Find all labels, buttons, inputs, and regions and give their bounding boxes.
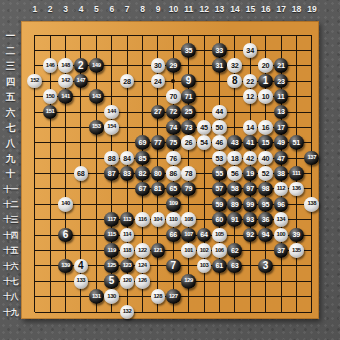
board-cell[interactable] [273, 258, 288, 273]
board-cell[interactable] [289, 197, 304, 212]
board-cell[interactable]: 6 [58, 227, 73, 242]
board-cell[interactable] [289, 120, 304, 135]
board-cell[interactable] [150, 151, 165, 166]
board-cell[interactable] [104, 304, 119, 319]
board-cell[interactable]: 46 [212, 135, 227, 150]
board-cell[interactable] [243, 258, 258, 273]
board-cell[interactable] [89, 258, 104, 273]
board-cell[interactable] [258, 104, 273, 119]
board-cell[interactable] [119, 289, 134, 304]
board-cell[interactable] [150, 274, 165, 289]
board-cell[interactable] [304, 104, 319, 119]
board-cell[interactable] [243, 304, 258, 319]
board-cell[interactable] [181, 304, 196, 319]
board-cell[interactable] [58, 212, 73, 227]
board-cell[interactable] [196, 151, 211, 166]
board-cell[interactable]: 1 [258, 74, 273, 89]
board-cell[interactable]: 26 [181, 135, 196, 150]
board-cell[interactable]: 57 [212, 181, 227, 196]
board-cell[interactable] [27, 212, 42, 227]
board-cell[interactable] [58, 304, 73, 319]
board-cell[interactable]: 58 [227, 181, 242, 196]
board-cell[interactable] [212, 304, 227, 319]
board-cell[interactable] [227, 120, 242, 135]
board-cell[interactable]: 35 [181, 43, 196, 58]
board-cell[interactable] [181, 289, 196, 304]
board-cell[interactable]: 128 [150, 289, 165, 304]
board-cell[interactable] [42, 274, 57, 289]
board-cell[interactable]: 103 [196, 258, 211, 273]
board-cell[interactable] [89, 181, 104, 196]
board-cell[interactable]: 39 [289, 227, 304, 242]
board-cell[interactable]: 19 [243, 166, 258, 181]
board-cell[interactable] [89, 197, 104, 212]
board-cell[interactable]: 7 [166, 258, 181, 273]
board-cell[interactable] [119, 197, 134, 212]
board-cell[interactable] [304, 181, 319, 196]
board-cell[interactable] [273, 304, 288, 319]
board-cell[interactable]: 24 [150, 74, 165, 89]
board-cell[interactable]: 114 [119, 227, 134, 242]
board-cell[interactable]: 40 [258, 151, 273, 166]
board-cell[interactable] [181, 197, 196, 212]
board-cell[interactable] [196, 74, 211, 89]
board-cell[interactable] [42, 304, 57, 319]
board-cell[interactable] [289, 212, 304, 227]
board-cell[interactable] [196, 289, 211, 304]
board-cell[interactable] [135, 227, 150, 242]
board-cell[interactable] [89, 166, 104, 181]
board-cell[interactable] [196, 43, 211, 58]
board-cell[interactable] [289, 304, 304, 319]
board-cell[interactable] [42, 120, 57, 135]
board-cell[interactable]: 81 [150, 181, 165, 196]
board-cell[interactable] [258, 304, 273, 319]
board-cell[interactable]: 107 [181, 227, 196, 242]
board-cell[interactable]: 93 [243, 212, 258, 227]
board-cell[interactable] [89, 304, 104, 319]
board-cell[interactable] [243, 274, 258, 289]
board-cell[interactable]: 30 [150, 58, 165, 73]
board-cell[interactable] [27, 304, 42, 319]
board-cell[interactable] [150, 304, 165, 319]
board-cell[interactable]: 67 [135, 181, 150, 196]
board-cell[interactable]: 47 [273, 151, 288, 166]
board-cell[interactable]: 29 [166, 58, 181, 73]
board-cell[interactable]: 77 [150, 135, 165, 150]
board-cell[interactable] [119, 104, 134, 119]
board-cell[interactable] [58, 166, 73, 181]
board-cell[interactable] [27, 274, 42, 289]
board-cell[interactable]: 120 [119, 274, 134, 289]
board-cell[interactable]: 89 [227, 197, 242, 212]
board-cell[interactable] [119, 89, 134, 104]
board-cell[interactable]: 85 [135, 151, 150, 166]
board-cell[interactable]: 95 [258, 197, 273, 212]
board-cell[interactable] [42, 166, 57, 181]
board-cell[interactable]: 153 [89, 120, 104, 135]
board-cell[interactable]: 142 [58, 74, 73, 89]
board-cell[interactable]: 55 [212, 166, 227, 181]
board-cell[interactable]: 96 [273, 197, 288, 212]
board-cell[interactable] [27, 243, 42, 258]
board-cell[interactable] [89, 212, 104, 227]
board-cell[interactable] [181, 27, 196, 42]
board-cell[interactable] [166, 74, 181, 89]
board-cell[interactable] [212, 74, 227, 89]
board-cell[interactable] [289, 58, 304, 73]
board-cell[interactable]: 49 [273, 135, 288, 150]
board-cell[interactable]: 139 [58, 258, 73, 273]
board-cell[interactable]: 104 [150, 212, 165, 227]
board-cell[interactable]: 3 [258, 258, 273, 273]
board-cell[interactable]: 84 [119, 151, 134, 166]
board-cell[interactable]: 21 [273, 58, 288, 73]
board-cell[interactable] [258, 274, 273, 289]
board-cell[interactable] [104, 181, 119, 196]
board-cell[interactable] [58, 274, 73, 289]
board-cell[interactable] [243, 27, 258, 42]
board-cell[interactable]: 74 [166, 120, 181, 135]
board-cell[interactable] [181, 58, 196, 73]
board-cell[interactable] [58, 181, 73, 196]
board-cell[interactable] [196, 274, 211, 289]
board-cell[interactable] [27, 120, 42, 135]
board-cell[interactable] [304, 135, 319, 150]
board-cell[interactable]: 28 [119, 74, 134, 89]
board-cell[interactable]: 146 [42, 58, 57, 73]
board-cell[interactable]: 92 [243, 227, 258, 242]
board-cell[interactable]: 151 [42, 104, 57, 119]
board-cell[interactable]: 2 [73, 58, 88, 73]
board-cell[interactable]: 43 [227, 135, 242, 150]
board-cell[interactable] [150, 120, 165, 135]
board-cell[interactable]: 122 [135, 243, 150, 258]
board-cell[interactable]: 20 [258, 58, 273, 73]
board-cell[interactable]: 119 [104, 243, 119, 258]
board-cell[interactable] [73, 135, 88, 150]
board-cell[interactable] [304, 304, 319, 319]
board-cell[interactable] [27, 58, 42, 73]
board-cell[interactable]: 27 [150, 104, 165, 119]
board-cell[interactable] [104, 74, 119, 89]
board-cell[interactable] [73, 151, 88, 166]
board-cell[interactable] [166, 43, 181, 58]
board-cell[interactable] [227, 89, 242, 104]
board-cell[interactable] [27, 89, 42, 104]
board-cell[interactable] [73, 120, 88, 135]
board-cell[interactable] [273, 274, 288, 289]
board-cell[interactable]: 34 [243, 43, 258, 58]
board-cell[interactable] [27, 166, 42, 181]
board-cell[interactable]: 63 [227, 258, 242, 273]
board-cell[interactable] [196, 27, 211, 42]
board-cell[interactable] [73, 243, 88, 258]
board-cell[interactable] [73, 212, 88, 227]
board-cell[interactable]: 45 [196, 120, 211, 135]
board-cell[interactable]: 83 [119, 166, 134, 181]
board-cell[interactable] [89, 27, 104, 42]
board-cell[interactable] [135, 74, 150, 89]
board-cell[interactable]: 54 [196, 135, 211, 150]
board-cell[interactable] [135, 58, 150, 73]
board-cell[interactable] [258, 289, 273, 304]
board-cell[interactable] [304, 43, 319, 58]
board-cell[interactable] [89, 43, 104, 58]
board-cell[interactable] [58, 135, 73, 150]
board-cell[interactable]: 121 [150, 243, 165, 258]
board-cell[interactable]: 12 [243, 89, 258, 104]
board-cell[interactable] [104, 197, 119, 212]
board-cell[interactable]: 82 [135, 166, 150, 181]
board-cell[interactable] [135, 289, 150, 304]
board-cell[interactable]: 100 [273, 227, 288, 242]
board-cell[interactable] [304, 74, 319, 89]
board-cell[interactable]: 98 [258, 181, 273, 196]
board-cell[interactable]: 130 [104, 289, 119, 304]
board-cell[interactable] [212, 27, 227, 42]
board-cell[interactable] [104, 89, 119, 104]
board-cell[interactable] [150, 89, 165, 104]
board-cell[interactable]: 25 [181, 104, 196, 119]
board-cell[interactable]: 150 [42, 89, 57, 104]
board-cell[interactable] [304, 120, 319, 135]
board-cell[interactable] [166, 304, 181, 319]
board-cell[interactable] [73, 89, 88, 104]
board-cell[interactable] [58, 43, 73, 58]
board-cell[interactable]: 124 [135, 258, 150, 273]
board-cell[interactable]: 125 [104, 258, 119, 273]
board-cell[interactable] [58, 151, 73, 166]
board-cell[interactable] [227, 227, 242, 242]
board-cell[interactable] [42, 151, 57, 166]
board-cell[interactable] [227, 43, 242, 58]
board-cell[interactable] [166, 243, 181, 258]
board-cell[interactable]: 53 [212, 151, 227, 166]
board-cell[interactable]: 88 [104, 151, 119, 166]
board-cell[interactable]: 148 [58, 58, 73, 73]
board-cell[interactable] [258, 27, 273, 42]
board-cell[interactable]: 16 [258, 120, 273, 135]
board-cell[interactable]: 86 [166, 166, 181, 181]
board-cell[interactable] [119, 43, 134, 58]
board-cell[interactable]: 66 [166, 227, 181, 242]
board-cell[interactable] [135, 43, 150, 58]
board-cell[interactable]: 110 [166, 212, 181, 227]
board-cell[interactable] [27, 27, 42, 42]
board-cell[interactable] [196, 304, 211, 319]
board-cell[interactable]: 52 [258, 166, 273, 181]
board-cell[interactable] [58, 104, 73, 119]
board-cell[interactable] [227, 27, 242, 42]
board-cell[interactable]: 117 [104, 212, 119, 227]
board-cell[interactable] [119, 27, 134, 42]
board-cell[interactable]: 76 [166, 151, 181, 166]
board-cell[interactable] [243, 289, 258, 304]
board-cell[interactable]: 105 [212, 227, 227, 242]
board-cell[interactable] [289, 274, 304, 289]
board-cell[interactable] [89, 227, 104, 242]
board-cell[interactable] [304, 243, 319, 258]
board-cell[interactable]: 152 [27, 74, 42, 89]
board-cell[interactable] [135, 104, 150, 119]
board-cell[interactable]: 4 [73, 258, 88, 273]
board-cell[interactable]: 72 [166, 104, 181, 119]
board-cell[interactable] [304, 58, 319, 73]
board-cell[interactable] [27, 289, 42, 304]
board-cell[interactable]: 56 [227, 166, 242, 181]
board-cell[interactable]: 44 [212, 104, 227, 119]
board-cell[interactable] [135, 197, 150, 212]
board-cell[interactable]: 18 [227, 151, 242, 166]
board-cell[interactable] [150, 197, 165, 212]
board-cell[interactable] [227, 274, 242, 289]
board-cell[interactable] [27, 181, 42, 196]
board-cell[interactable] [212, 289, 227, 304]
board-cell[interactable]: 71 [181, 89, 196, 104]
board-cell[interactable] [42, 27, 57, 42]
board-cell[interactable] [42, 181, 57, 196]
board-cell[interactable] [119, 135, 134, 150]
board-cell[interactable] [58, 120, 73, 135]
board-cell[interactable] [27, 104, 42, 119]
board-cell[interactable]: 149 [89, 58, 104, 73]
board-cell[interactable] [150, 27, 165, 42]
board-cell[interactable]: 69 [135, 135, 150, 150]
board-cell[interactable]: 102 [196, 243, 211, 258]
board-cell[interactable] [58, 27, 73, 42]
board-cell[interactable]: 59 [212, 197, 227, 212]
board-cell[interactable]: 91 [227, 212, 242, 227]
board-cell[interactable]: 143 [89, 89, 104, 104]
board-cell[interactable] [289, 27, 304, 42]
board-cell[interactable] [42, 197, 57, 212]
board-cell[interactable]: 13 [273, 104, 288, 119]
board-cell[interactable] [42, 289, 57, 304]
board-cell[interactable] [119, 120, 134, 135]
board-cell[interactable]: 41 [243, 135, 258, 150]
board-cell[interactable] [289, 151, 304, 166]
board-cell[interactable] [27, 43, 42, 58]
board-cell[interactable]: 80 [150, 166, 165, 181]
board-cell[interactable] [42, 243, 57, 258]
board-cell[interactable]: 144 [104, 104, 119, 119]
board-cell[interactable] [196, 212, 211, 227]
board-cell[interactable]: 15 [258, 135, 273, 150]
board-cell[interactable] [58, 289, 73, 304]
board-cell[interactable]: 126 [135, 274, 150, 289]
board-cell[interactable] [27, 197, 42, 212]
board-cell[interactable] [135, 27, 150, 42]
board-cell[interactable] [289, 258, 304, 273]
board-cell[interactable]: 11 [273, 89, 288, 104]
board-cell[interactable]: 36 [258, 212, 273, 227]
board-cell[interactable] [135, 304, 150, 319]
board-cell[interactable] [89, 151, 104, 166]
board-cell[interactable] [119, 181, 134, 196]
board-cell[interactable] [243, 243, 258, 258]
board-cell[interactable] [181, 258, 196, 273]
board-cell[interactable] [42, 212, 57, 227]
board-cell[interactable] [273, 289, 288, 304]
board-cell[interactable] [73, 227, 88, 242]
board-cell[interactable] [212, 274, 227, 289]
board-cell[interactable]: 38 [273, 166, 288, 181]
board-cell[interactable] [212, 89, 227, 104]
board-cell[interactable]: 134 [273, 212, 288, 227]
board-cell[interactable]: 108 [181, 212, 196, 227]
board-cell[interactable] [181, 151, 196, 166]
board-cell[interactable]: 9 [181, 74, 196, 89]
board-cell[interactable] [73, 289, 88, 304]
board-cell[interactable] [304, 258, 319, 273]
board-cell[interactable] [42, 74, 57, 89]
board-cell[interactable] [27, 151, 42, 166]
board-cell[interactable] [58, 243, 73, 258]
board-cell[interactable]: 115 [104, 227, 119, 242]
board-cell[interactable]: 118 [119, 243, 134, 258]
board-cell[interactable]: 73 [181, 120, 196, 135]
board-cell[interactable]: 50 [212, 120, 227, 135]
board-cell[interactable] [104, 135, 119, 150]
board-cell[interactable] [273, 27, 288, 42]
board-cell[interactable] [304, 89, 319, 104]
board-cell[interactable]: 42 [243, 151, 258, 166]
board-cell[interactable] [273, 43, 288, 58]
board-cell[interactable] [42, 135, 57, 150]
board-cell[interactable] [289, 104, 304, 119]
board-cell[interactable] [150, 43, 165, 58]
board-cell[interactable]: 14 [243, 120, 258, 135]
board-cell[interactable] [42, 258, 57, 273]
board-cell[interactable]: 109 [166, 197, 181, 212]
board-cell[interactable]: 79 [181, 181, 196, 196]
board-cell[interactable] [150, 258, 165, 273]
board-cell[interactable] [304, 274, 319, 289]
board-cell[interactable]: 75 [166, 135, 181, 150]
board-cell[interactable]: 32 [227, 58, 242, 73]
board-cell[interactable] [104, 43, 119, 58]
board-cell[interactable] [73, 43, 88, 58]
board-cell[interactable]: 99 [243, 197, 258, 212]
board-cell[interactable] [27, 227, 42, 242]
board-cell[interactable]: 140 [58, 197, 73, 212]
board-cell[interactable]: 22 [243, 74, 258, 89]
board-cell[interactable] [289, 74, 304, 89]
board-cell[interactable]: 78 [181, 166, 196, 181]
board-cell[interactable] [89, 135, 104, 150]
board-cell[interactable]: 112 [273, 181, 288, 196]
board-cell[interactable]: 68 [73, 166, 88, 181]
board-cell[interactable] [166, 27, 181, 42]
board-cell[interactable] [73, 104, 88, 119]
board-cell[interactable] [89, 274, 104, 289]
board-cell[interactable]: 123 [119, 258, 134, 273]
board-cell[interactable]: 33 [212, 43, 227, 58]
board-cell[interactable] [119, 58, 134, 73]
board-cell[interactable]: 61 [212, 258, 227, 273]
board-cell[interactable] [196, 197, 211, 212]
board-cell[interactable]: 23 [273, 74, 288, 89]
board-cell[interactable]: 141 [58, 89, 73, 104]
board-cell[interactable]: 60 [212, 212, 227, 227]
board-cell[interactable] [42, 43, 57, 58]
board-cell[interactable]: 154 [104, 120, 119, 135]
board-cell[interactable] [227, 304, 242, 319]
board-cell[interactable] [196, 166, 211, 181]
board-cell[interactable]: 137 [304, 151, 319, 166]
board-cell[interactable] [135, 89, 150, 104]
